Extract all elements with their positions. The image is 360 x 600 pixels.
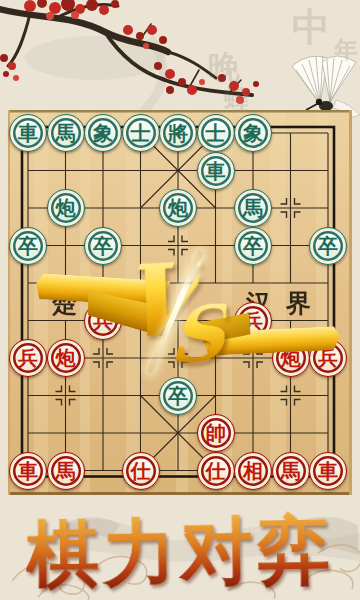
piece-black-general[interactable]: 將 (159, 114, 197, 152)
piece-red-elephant[interactable]: 相 (234, 452, 272, 490)
piece-glyph: 車 (18, 123, 38, 143)
calligraphy-glyph: 年 (334, 34, 358, 66)
piece-black-soldier[interactable]: 卒 (9, 227, 47, 265)
piece-glyph: 馬 (281, 460, 301, 480)
piece-glyph: 兵 (243, 310, 263, 330)
piece-glyph: 仕 (206, 460, 226, 480)
app-title-text: 棋力对弈 (25, 501, 335, 600)
calligraphy-glyph: 中 (292, 2, 330, 53)
piece-glyph: 卒 (243, 235, 263, 255)
piece-red-cannon[interactable]: 炮 (47, 339, 85, 377)
piece-glyph: 帥 (206, 423, 226, 443)
piece-glyph: 仕 (131, 460, 151, 480)
piece-glyph: 炮 (168, 198, 188, 218)
piece-red-horse[interactable]: 馬 (47, 452, 85, 490)
piece-red-advisor[interactable]: 仕 (197, 452, 235, 490)
plum-blossoms (0, 0, 259, 104)
piece-black-advisor[interactable]: 士 (197, 114, 235, 152)
piece-red-cannon[interactable]: 炮 (272, 339, 310, 377)
piece-red-soldier[interactable]: 兵 (9, 339, 47, 377)
piece-glyph: 炮 (56, 198, 76, 218)
crane-bird (292, 56, 360, 117)
piece-glyph: 卒 (93, 235, 113, 255)
piece-glyph: 士 (131, 123, 151, 143)
piece-glyph: 馬 (56, 123, 76, 143)
piece-black-horse[interactable]: 馬 (234, 189, 272, 227)
piece-red-soldier[interactable]: 兵 (309, 339, 347, 377)
piece-red-general[interactable]: 帥 (197, 414, 235, 452)
piece-black-soldier[interactable]: 卒 (159, 377, 197, 415)
piece-glyph: 卒 (318, 235, 338, 255)
piece-red-advisor[interactable]: 仕 (122, 452, 160, 490)
piece-black-horse[interactable]: 馬 (47, 114, 85, 152)
piece-glyph: 將 (168, 123, 188, 143)
app-screen: 中 晚 蝗 年 (0, 0, 360, 600)
piece-layer: 車馬象士將士象車炮炮馬卒卒卒卒卒兵兵兵炮炮兵帥車馬仕仕相馬車 (8, 110, 352, 495)
piece-glyph: 車 (206, 160, 226, 180)
bottom-decoration (0, 495, 360, 600)
piece-glyph: 兵 (18, 348, 38, 368)
piece-red-chariot[interactable]: 車 (309, 452, 347, 490)
piece-glyph: 士 (206, 123, 226, 143)
piece-glyph: 相 (243, 460, 263, 480)
app-title: 棋力对弈 (0, 506, 360, 600)
piece-black-chariot[interactable]: 車 (197, 152, 235, 190)
piece-black-soldier[interactable]: 卒 (309, 227, 347, 265)
piece-red-soldier[interactable]: 兵 (234, 302, 272, 340)
calligraphy-glyph: 晚 (208, 46, 240, 90)
piece-black-elephant[interactable]: 象 (234, 114, 272, 152)
piece-glyph: 兵 (318, 348, 338, 368)
piece-glyph: 卒 (18, 235, 38, 255)
piece-red-soldier[interactable]: 兵 (84, 302, 122, 340)
piece-black-cannon[interactable]: 炮 (159, 189, 197, 227)
plum-blossom-decoration (0, 0, 360, 118)
piece-glyph: 馬 (243, 198, 263, 218)
piece-red-chariot[interactable]: 車 (9, 452, 47, 490)
piece-glyph: 炮 (281, 348, 301, 368)
piece-glyph: 車 (318, 460, 338, 480)
piece-black-elephant[interactable]: 象 (84, 114, 122, 152)
piece-glyph: 卒 (168, 385, 188, 405)
piece-red-horse[interactable]: 馬 (272, 452, 310, 490)
xiangqi-board[interactable]: 楚河 汉界 車馬象士將士象車炮炮馬卒卒卒卒卒兵兵兵炮炮兵帥車馬仕仕相馬車 (8, 110, 352, 495)
piece-glyph: 馬 (56, 460, 76, 480)
piece-glyph: 兵 (93, 310, 113, 330)
piece-black-cannon[interactable]: 炮 (47, 189, 85, 227)
piece-black-chariot[interactable]: 車 (9, 114, 47, 152)
piece-glyph: 炮 (56, 348, 76, 368)
piece-black-soldier[interactable]: 卒 (234, 227, 272, 265)
piece-black-advisor[interactable]: 士 (122, 114, 160, 152)
piece-glyph: 車 (18, 460, 38, 480)
piece-black-soldier[interactable]: 卒 (84, 227, 122, 265)
piece-glyph: 象 (243, 123, 263, 143)
piece-glyph: 象 (93, 123, 113, 143)
